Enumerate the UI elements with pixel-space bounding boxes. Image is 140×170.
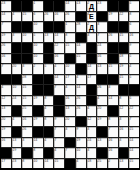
cell-r0c8[interactable]: 2Д [87,1,97,11]
code-number: 15 [54,159,58,163]
cell-r6c1[interactable]: 20 [12,64,22,74]
cell-r4c6[interactable]: 15 [65,43,75,53]
code-number: 12 [87,117,91,121]
code-number: 13 [119,159,123,163]
cell-r13c5[interactable]: 7 [54,138,64,148]
code-number: 5 [129,96,131,100]
code-number: 26 [108,33,112,37]
code-number: 14 [76,43,80,47]
cell-r14c1[interactable]: 19 [12,148,22,158]
cell-r14c6[interactable]: 7 [65,148,75,158]
cell-r13c7[interactable]: 19 [76,138,86,148]
cell-r1c3[interactable]: 6 [33,12,43,22]
cell-r9c4[interactable]: 8 [44,96,54,106]
cell-r13c9[interactable]: 13 [97,138,107,148]
cell-r12c1 [12,127,22,137]
cell-r14c3[interactable]: 8 [33,148,43,158]
cell-r13c6 [65,138,75,148]
code-number: 9 [76,127,78,131]
code-number: 4 [97,96,99,100]
code-number: 7 [54,85,56,89]
cell-r4c8 [87,43,97,53]
code-number: 8 [33,148,35,152]
cell-r2c6[interactable]: 1 [65,22,75,32]
cell-r6c2[interactable]: 3 [22,64,32,74]
code-number: 22 [54,43,58,47]
cell-r0c3[interactable]: 1 [33,1,43,11]
code-number: 5 [129,1,131,5]
cell-r8c2[interactable]: 15 [22,85,32,95]
cell-r1c6[interactable]: 26 [65,12,75,22]
code-number: 19 [1,33,5,37]
cell-r2c11 [119,22,129,32]
cell-r1c4[interactable]: 26 [44,12,54,22]
cell-r4c0[interactable]: 26 [1,43,11,53]
cell-r1c0[interactable]: 14 [1,12,11,22]
code-number: 13 [65,106,69,110]
cell-r6c8[interactable]: 14 [87,64,97,74]
cell-r6c11[interactable]: 19 [119,64,129,74]
cell-r1c8[interactable]: 4Е [87,12,97,22]
cell-r5c0[interactable]: 16 [1,54,11,64]
cell-r11c9[interactable]: 19 [97,117,107,127]
cell-r13c12[interactable]: 14 [129,138,139,148]
code-number: 16 [97,54,101,58]
cell-r1c2[interactable]: 15 [22,12,32,22]
cell-r11c10[interactable]: 8 [108,117,118,127]
code-number: 6 [129,22,131,26]
code-number: 3 [65,127,67,131]
cell-r11c0[interactable]: 20 [1,117,11,127]
code-number: 8 [22,159,24,163]
cell-r8c7[interactable]: 14 [76,85,86,95]
cell-r8c9[interactable]: 26 [97,85,107,95]
code-number: 3 [87,148,89,152]
cell-r8c5[interactable]: 7 [54,85,64,95]
code-number: 5 [129,75,131,79]
letter: Д [87,1,97,11]
cell-r9c9[interactable]: 4 [97,96,107,106]
cell-r11c3[interactable]: 19 [33,117,43,127]
cell-r3c11[interactable]: 15 [119,33,129,43]
code-number: 7 [54,127,56,131]
code-number: 26 [97,85,101,89]
code-number: 16 [54,12,58,16]
cell-r15c9[interactable]: 25 [97,159,107,169]
cell-r3c9[interactable]: 7 [97,33,107,43]
code-number: 10 [65,64,69,68]
cell-r9c6[interactable]: 16 [65,96,75,106]
code-number: 22 [129,106,133,110]
codeword-board: 23114132Д2351441562616264Е192287101282Д3… [0,0,140,170]
cell-r14c11 [119,148,129,158]
cell-r3c5[interactable]: 14 [54,33,64,43]
cell-r2c9[interactable]: 3 [97,22,107,32]
code-number: 24 [97,43,101,47]
code-number: 19 [97,117,101,121]
cell-r10c10 [108,106,118,116]
code-number: 19 [1,127,5,131]
cell-r15c1[interactable]: 23 [12,159,22,169]
code-number: 25 [22,106,26,110]
code-number: 9 [129,43,131,47]
cell-r9c12[interactable]: 5 [129,96,139,106]
code-number: 10 [76,148,80,152]
cell-r13c8[interactable]: 24 [87,138,97,148]
cell-r1c9 [97,12,107,22]
cell-r12c11[interactable]: 16 [119,127,129,137]
cell-r2c0[interactable]: 7 [1,22,11,32]
code-number: 15 [129,127,133,131]
cell-r15c3[interactable]: 10 [33,159,43,169]
cell-r6c6[interactable]: 10 [65,64,75,74]
cell-r14c10[interactable]: 16 [108,148,118,158]
cell-r9c8 [87,96,97,106]
cell-r9c2[interactable]: 15 [22,96,32,106]
cell-r1c5[interactable]: 16 [54,12,64,22]
cell-r6c9[interactable]: 13 [97,64,107,74]
code-number: 7 [54,138,56,142]
code-number: 10 [12,85,16,89]
cell-r10c12[interactable]: 22 [129,106,139,116]
cell-r2c1 [12,22,22,32]
cell-r7c5[interactable]: 14 [54,75,64,85]
code-number: 13 [44,33,48,37]
code-number: 4 [129,64,131,68]
cell-r7c6[interactable]: 17 [65,75,75,85]
cell-r13c11[interactable]: 3 [119,138,129,148]
cell-r6c10[interactable]: 15 [108,64,118,74]
code-number: 8 [44,96,46,100]
cell-r5c9[interactable]: 16 [97,54,107,64]
cell-r12c3 [33,127,43,137]
code-number: 8 [108,117,110,121]
cell-r0c7[interactable]: 13 [76,1,86,11]
code-number: 16 [108,138,112,142]
cell-r8c12 [129,85,139,95]
cell-r10c2[interactable]: 25 [22,106,32,116]
code-number: 2 [33,64,35,68]
code-number: 5 [33,33,35,37]
cell-r5c3[interactable]: 10 [33,54,43,64]
cell-r5c1 [12,54,22,64]
cell-r7c7[interactable]: 4 [76,75,86,85]
code-number: 4 [44,106,46,110]
cell-r13c4[interactable]: 4 [44,138,54,148]
cell-r15c11[interactable]: 13 [119,159,129,169]
cell-r3c4[interactable]: 13 [44,33,54,43]
code-number: 14 [129,148,133,152]
code-number: 14 [44,159,48,163]
cell-r0c12[interactable]: 5 [129,1,139,11]
cell-r9c0[interactable]: 12 [1,96,11,106]
cell-r4c7[interactable]: 14 [76,43,86,53]
code-number: 13 [76,1,80,5]
cell-r6c5[interactable]: 4 [54,64,64,74]
code-number: 20 [65,117,69,121]
cell-r1c7 [76,12,86,22]
code-number: 19 [33,96,37,100]
cell-r5c7[interactable]: 15 [76,54,86,64]
code-number: 28 [76,22,80,26]
code-number: 20 [1,117,5,121]
cell-r9c7[interactable]: 26 [76,96,86,106]
code-number: 25 [97,159,101,163]
cell-r15c5[interactable]: 15 [54,159,64,169]
cell-r7c0 [1,75,11,85]
cell-r5c12[interactable]: 5 [129,54,139,64]
cell-r5c11[interactable]: 18 [119,54,129,64]
code-number: 26 [76,96,80,100]
code-number: 19 [119,64,123,68]
cell-r4c1 [12,43,22,53]
code-number: 12 [1,96,5,100]
cell-r14c4 [44,148,54,158]
cell-r2c4 [44,22,54,32]
cell-r10c4[interactable]: 4 [44,106,54,116]
code-number: 20 [97,106,101,110]
cell-r11c5[interactable]: 9 [54,117,64,127]
cell-r1c11[interactable]: 22 [119,12,129,22]
cell-r6c12[interactable]: 4 [129,64,139,74]
cell-r7c3 [33,75,43,85]
cell-r8c10[interactable]: 3 [108,85,118,95]
code-number: 1 [33,1,35,5]
cell-r12c6[interactable]: 3 [65,127,75,137]
cell-r7c11[interactable]: 15 [119,75,129,85]
code-number: 3 [22,64,24,68]
cell-r13c10[interactable]: 16 [108,138,118,148]
cell-r0c2 [22,1,32,11]
cell-r14c2 [22,148,32,158]
code-number: 17 [1,159,5,163]
cell-r3c6[interactable]: 8 [65,33,75,43]
code-number: 16 [108,148,112,152]
cell-r5c5[interactable]: 16 [54,54,64,64]
cell-r11c8[interactable]: 12 [87,117,97,127]
code-number: 8 [65,33,67,37]
cell-r14c0 [1,148,11,158]
code-number: 4 [12,12,14,16]
cell-r0c11 [119,1,129,11]
cell-r10c3 [33,106,43,116]
cell-r14c8[interactable]: 3 [87,148,97,158]
cell-r15c2[interactable]: 8 [22,159,32,169]
cell-r14c5[interactable]: 4 [54,148,64,158]
cell-r6c3[interactable]: 2 [33,64,43,74]
cell-r12c8[interactable]: 3 [87,127,97,137]
cell-r0c10 [108,1,118,11]
cell-r8c8 [87,85,97,95]
cell-r3c2[interactable]: 10 [22,33,32,43]
code-number: 14 [1,12,5,16]
code-number: 3 [87,127,89,131]
code-number: 23 [1,1,5,5]
cell-r1c10[interactable]: 19 [108,12,118,22]
cell-r12c2[interactable]: 26 [22,127,32,137]
cell-r0c9[interactable]: 23 [97,1,107,11]
code-number: 17 [87,75,91,79]
cell-r2c10 [108,22,118,32]
cell-r14c7[interactable]: 10 [76,148,86,158]
cell-r8c1[interactable]: 10 [12,85,22,95]
cell-r3c3[interactable]: 5 [33,33,43,43]
cell-r3c1[interactable]: 3 [12,33,22,43]
code-number: 15 [119,75,123,79]
cell-r3c0[interactable]: 19 [1,33,11,43]
cell-r4c12[interactable]: 9 [129,43,139,53]
code-number: 13 [12,138,16,142]
code-number: 16 [119,127,123,131]
cell-r9c10[interactable]: 14 [108,96,118,106]
cell-r15c4[interactable]: 14 [44,159,54,169]
code-number: 9 [54,117,56,121]
code-number: 26 [44,12,48,16]
cell-r4c9[interactable]: 24 [97,43,107,53]
cell-r7c9 [97,75,107,85]
cell-r7c8[interactable]: 17 [87,75,97,85]
code-number: 3 [97,22,99,26]
cell-r11c4[interactable]: 8 [44,117,54,127]
cell-r14c12[interactable]: 14 [129,148,139,158]
code-number: 26 [65,12,69,16]
code-number: 16 [54,54,58,58]
code-number: 15 [22,85,26,89]
cell-r2c7[interactable]: 28 [76,22,86,32]
cell-r9c3[interactable]: 19 [33,96,43,106]
cell-r1c1[interactable]: 4 [12,12,22,22]
cell-r12c9 [97,127,107,137]
code-number: 17 [65,75,69,79]
code-number: 8 [119,96,121,100]
code-number: 3 [12,33,14,37]
cell-r9c1[interactable]: 24 [12,96,22,106]
code-number: 7 [97,33,99,37]
cell-r12c5[interactable]: 7 [54,127,64,137]
code-number: 7 [129,117,131,121]
cell-r3c7 [76,33,86,43]
cell-r2c12[interactable]: 6 [129,22,139,32]
cell-r15c10[interactable]: 2 [108,159,118,169]
cell-r8c0[interactable]: 4 [1,85,11,95]
cell-r0c0[interactable]: 23 [1,1,11,11]
cell-r10c11[interactable]: 12 [119,106,129,116]
code-number: 16 [1,138,5,142]
cell-r13c1[interactable]: 13 [12,138,22,148]
cell-r15c12[interactable]: 15 [129,159,139,169]
code-number: 14 [33,138,37,142]
cell-r11c6[interactable]: 20 [65,117,75,127]
cell-r12c10[interactable]: 7 [108,127,118,137]
code-number: 23 [97,1,101,5]
code-number: 4 [76,75,78,79]
cell-r10c7[interactable]: 26 [76,106,86,116]
cell-r15c8[interactable]: 18 [87,159,97,169]
cell-r10c9[interactable]: 20 [97,106,107,116]
code-number: 12 [119,106,123,110]
cell-r10c5 [54,106,64,116]
cell-r15c6 [65,159,75,169]
code-number: 13 [97,138,101,142]
code-number: 19 [76,138,80,142]
code-number: 18 [87,159,91,163]
cell-r11c12[interactable]: 7 [129,117,139,127]
cell-r12c12[interactable]: 15 [129,127,139,137]
cell-r15c7[interactable]: 4 [76,159,86,169]
cell-r5c4 [44,54,54,64]
cell-r0c5 [54,1,64,11]
cell-r6c4[interactable]: 5 [44,64,54,74]
cell-r13c2[interactable]: 3 [22,138,32,148]
code-number: 5 [129,54,131,58]
cell-r11c1[interactable]: 4 [12,117,22,127]
code-number: 26 [76,106,80,110]
cell-r7c2[interactable]: 28 [22,75,32,85]
code-number: 8 [129,12,131,16]
code-number: 6 [33,12,35,16]
cell-r11c2[interactable]: 16 [22,117,32,127]
cell-r13c0[interactable]: 16 [1,138,11,148]
code-number: 18 [119,54,123,58]
cell-r4c10 [108,43,118,53]
code-number: 14 [87,64,91,68]
cell-r2c2 [22,22,32,32]
code-number: 4 [54,148,56,152]
cell-r12c0[interactable]: 19 [1,127,11,137]
code-number: 3 [119,117,121,121]
cell-r2c3[interactable]: 10 [33,22,43,32]
codeword-puzzle: 23114132Д2351441562616264Е192287101282Д3… [0,0,140,170]
cell-r12c7[interactable]: 9 [76,127,86,137]
code-number: 14 [76,85,80,89]
cell-r9c11[interactable]: 8 [119,96,129,106]
cell-r3c12[interactable]: 16 [129,33,139,43]
code-number: 14 [129,138,133,142]
cell-r4c3[interactable]: 10 [33,43,43,53]
code-number: 7 [1,64,3,68]
code-number: 10 [33,54,37,58]
cell-r14c9 [97,148,107,158]
cell-r12c4 [44,127,54,137]
cell-r7c12[interactable]: 5 [129,75,139,85]
cell-r0c6[interactable]: 14 [65,1,75,11]
code-number: 19 [12,148,16,152]
cell-r4c5[interactable]: 22 [54,43,64,53]
cell-r13c3[interactable]: 14 [33,138,43,148]
cell-r1c12[interactable]: 8 [129,12,139,22]
cell-r10c6[interactable]: 13 [65,106,75,116]
cell-r6c0[interactable]: 7 [1,64,11,74]
code-number: 4 [65,85,67,89]
code-number: 4 [87,106,89,110]
code-number: 4 [44,138,46,142]
cell-r3c8[interactable]: 3 [87,33,97,43]
cell-r8c6[interactable]: 4 [65,85,75,95]
code-number: 24 [12,96,16,100]
cell-r8c4 [44,85,54,95]
cell-r10c1 [12,106,22,116]
cell-r11c11[interactable]: 3 [119,117,129,127]
code-number: 14 [54,75,58,79]
cell-r10c0[interactable]: 13 [1,106,11,116]
code-number: 16 [65,96,69,100]
cell-r3c10[interactable]: 26 [108,33,118,43]
cell-r2c8[interactable]: 2Д [87,22,97,32]
code-number: 15 [22,12,26,16]
cell-r15c0[interactable]: 17 [1,159,11,169]
cell-r0c1 [12,1,22,11]
cell-r10c8[interactable]: 4 [87,106,97,116]
